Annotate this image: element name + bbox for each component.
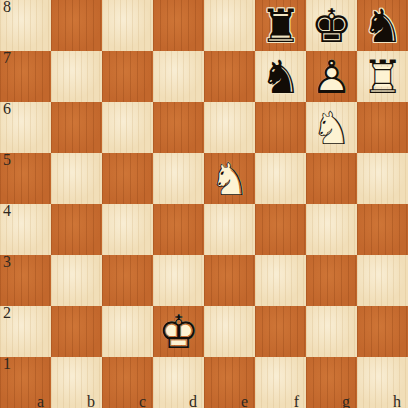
square-d8[interactable]: [153, 0, 204, 51]
square-g4[interactable]: [306, 204, 357, 255]
rank-label-4: 4: [3, 202, 11, 220]
rank-label-7: 7: [3, 49, 11, 67]
square-b4[interactable]: [51, 204, 102, 255]
square-b1[interactable]: b: [51, 357, 102, 408]
file-label-f: f: [294, 393, 299, 408]
square-d7[interactable]: [153, 51, 204, 102]
piece-black-knight-f7[interactable]: ♞: [255, 51, 306, 102]
square-c4[interactable]: [102, 204, 153, 255]
square-h2[interactable]: [357, 306, 408, 357]
square-e7[interactable]: [204, 51, 255, 102]
square-g2[interactable]: [306, 306, 357, 357]
square-f3[interactable]: [255, 255, 306, 306]
square-b6[interactable]: [51, 102, 102, 153]
piece-black-king-g8[interactable]: ♚: [306, 0, 357, 51]
piece-white-knight-e5[interactable]: ♞♘: [204, 153, 255, 204]
white-knight-glyph: ♘: [306, 102, 357, 153]
square-h4[interactable]: [357, 204, 408, 255]
square-h6[interactable]: [357, 102, 408, 153]
square-g3[interactable]: [306, 255, 357, 306]
rank-label-8: 8: [3, 0, 11, 16]
file-label-a: a: [37, 393, 44, 408]
piece-white-rook-h7[interactable]: ♜♖: [357, 51, 408, 102]
square-a2[interactable]: 2: [0, 306, 51, 357]
square-b3[interactable]: [51, 255, 102, 306]
square-g7[interactable]: ♟♙: [306, 51, 357, 102]
square-d1[interactable]: d: [153, 357, 204, 408]
square-a5[interactable]: 5: [0, 153, 51, 204]
square-a7[interactable]: 7: [0, 51, 51, 102]
square-a8[interactable]: 8: [0, 0, 51, 51]
square-e2[interactable]: [204, 306, 255, 357]
square-h1[interactable]: h: [357, 357, 408, 408]
square-g5[interactable]: [306, 153, 357, 204]
file-label-c: c: [139, 393, 146, 408]
black-rook-glyph: ♜: [255, 0, 306, 51]
square-c3[interactable]: [102, 255, 153, 306]
piece-white-pawn-g7[interactable]: ♟♙: [306, 51, 357, 102]
black-knight-glyph: ♞: [255, 51, 306, 102]
file-label-e: e: [241, 393, 248, 408]
white-king-glyph: ♔: [153, 306, 204, 357]
file-label-d: d: [189, 393, 197, 408]
white-pawn-glyph: ♙: [306, 51, 357, 102]
square-h3[interactable]: [357, 255, 408, 306]
rank-label-5: 5: [3, 151, 11, 169]
square-e8[interactable]: [204, 0, 255, 51]
black-knight-glyph: ♞: [357, 0, 408, 51]
square-f4[interactable]: [255, 204, 306, 255]
square-c5[interactable]: [102, 153, 153, 204]
black-king-glyph: ♚: [306, 0, 357, 51]
square-e4[interactable]: [204, 204, 255, 255]
rank-label-3: 3: [3, 253, 11, 271]
square-b7[interactable]: [51, 51, 102, 102]
square-f1[interactable]: f: [255, 357, 306, 408]
square-c8[interactable]: [102, 0, 153, 51]
square-b5[interactable]: [51, 153, 102, 204]
square-f5[interactable]: [255, 153, 306, 204]
file-label-b: b: [87, 393, 95, 408]
square-h8[interactable]: ♞: [357, 0, 408, 51]
rank-label-6: 6: [3, 100, 11, 118]
square-d5[interactable]: [153, 153, 204, 204]
square-a1[interactable]: 1a: [0, 357, 51, 408]
square-e6[interactable]: [204, 102, 255, 153]
square-f6[interactable]: [255, 102, 306, 153]
square-c7[interactable]: [102, 51, 153, 102]
file-label-h: h: [393, 393, 401, 408]
square-a6[interactable]: 6: [0, 102, 51, 153]
square-a4[interactable]: 4: [0, 204, 51, 255]
square-c2[interactable]: [102, 306, 153, 357]
square-d4[interactable]: [153, 204, 204, 255]
square-f2[interactable]: [255, 306, 306, 357]
rank-label-2: 2: [3, 304, 11, 322]
square-f7[interactable]: ♞: [255, 51, 306, 102]
piece-black-knight-h8[interactable]: ♞: [357, 0, 408, 51]
square-a3[interactable]: 3: [0, 255, 51, 306]
piece-white-king-d2[interactable]: ♚♔: [153, 306, 204, 357]
square-b2[interactable]: [51, 306, 102, 357]
file-label-g: g: [342, 393, 350, 408]
white-knight-glyph: ♘: [204, 153, 255, 204]
square-g1[interactable]: g: [306, 357, 357, 408]
square-g8[interactable]: ♚: [306, 0, 357, 51]
square-h7[interactable]: ♜♖: [357, 51, 408, 102]
square-d3[interactable]: [153, 255, 204, 306]
square-b8[interactable]: [51, 0, 102, 51]
piece-white-knight-g6[interactable]: ♞♘: [306, 102, 357, 153]
square-f8[interactable]: ♜: [255, 0, 306, 51]
square-e5[interactable]: ♞♘: [204, 153, 255, 204]
white-rook-glyph: ♖: [357, 51, 408, 102]
piece-black-rook-f8[interactable]: ♜: [255, 0, 306, 51]
square-c1[interactable]: c: [102, 357, 153, 408]
rank-label-1: 1: [3, 355, 11, 373]
square-e1[interactable]: e: [204, 357, 255, 408]
chess-board: 8♜♚♞7♞♟♙♜♖6♞♘5♞♘432♚♔1abcdefgh: [0, 0, 408, 408]
square-d2[interactable]: ♚♔: [153, 306, 204, 357]
square-g6[interactable]: ♞♘: [306, 102, 357, 153]
square-e3[interactable]: [204, 255, 255, 306]
square-d6[interactable]: [153, 102, 204, 153]
square-c6[interactable]: [102, 102, 153, 153]
square-h5[interactable]: [357, 153, 408, 204]
